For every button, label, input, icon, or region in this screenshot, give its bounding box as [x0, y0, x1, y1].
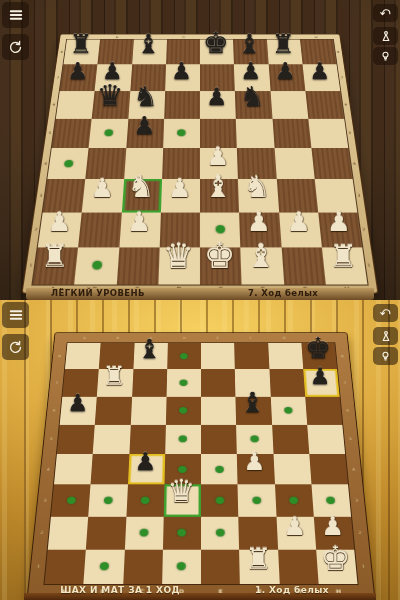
chess-piece-icon: [379, 29, 393, 44]
hint-bulb-icon: [379, 49, 392, 64]
file-label: G: [267, 333, 301, 343]
rank-label: 6: [340, 396, 357, 424]
square-f3[interactable]: [238, 179, 278, 212]
square-e1[interactable]: [200, 247, 242, 284]
square-c1[interactable]: [123, 549, 163, 584]
file-labels-top: ABCDEFGH: [67, 333, 334, 343]
square-f5[interactable]: [236, 118, 274, 147]
square-g3[interactable]: [276, 179, 318, 212]
square-e8[interactable]: [201, 343, 235, 369]
square-d3[interactable]: [163, 485, 201, 517]
undo-button[interactable]: [373, 304, 398, 322]
square-a1[interactable]: [44, 549, 86, 584]
menu-icon: [7, 306, 25, 324]
square-a5[interactable]: [52, 118, 92, 147]
board-front-edge: [24, 593, 376, 600]
menu-button[interactable]: [2, 2, 29, 28]
square-b6[interactable]: [92, 90, 130, 118]
square-b4[interactable]: [91, 454, 129, 485]
square-f2[interactable]: [239, 516, 278, 549]
square-g1[interactable]: [278, 549, 319, 584]
square-g1[interactable]: [281, 247, 325, 284]
board-front-edge: [26, 288, 374, 300]
pieces-style-button[interactable]: [373, 27, 398, 45]
square-f8[interactable]: [233, 39, 268, 64]
square-g8[interactable]: [267, 39, 303, 64]
square-c6[interactable]: [130, 396, 166, 424]
square-b2[interactable]: [78, 212, 121, 247]
square-b7[interactable]: [97, 369, 133, 396]
pieces-style-button[interactable]: [373, 327, 398, 345]
square-d1[interactable]: [162, 549, 201, 584]
file-label: A: [67, 333, 101, 343]
file-label: E: [200, 34, 233, 39]
restart-icon: [7, 339, 24, 356]
square-d3[interactable]: [161, 179, 200, 212]
square-e8[interactable]: [200, 39, 234, 64]
square-h3[interactable]: [314, 179, 357, 212]
square-d6[interactable]: [166, 396, 201, 424]
square-a7[interactable]: [62, 369, 99, 396]
square-g5[interactable]: [272, 425, 309, 454]
menu-icon: [7, 6, 25, 24]
square-h2[interactable]: [314, 516, 355, 549]
square-f4[interactable]: [237, 454, 274, 485]
square-e3[interactable]: [201, 485, 239, 517]
square-g6[interactable]: [270, 90, 308, 118]
square-f7[interactable]: [234, 64, 270, 90]
square-a6[interactable]: [60, 396, 97, 424]
square-g6[interactable]: [270, 396, 307, 424]
square-e6[interactable]: [201, 396, 236, 424]
square-g3[interactable]: [275, 485, 314, 517]
square-b8[interactable]: [99, 343, 134, 369]
file-label: F: [234, 333, 268, 343]
file-label: D: [168, 333, 201, 343]
square-g4[interactable]: [274, 148, 314, 179]
square-h7[interactable]: [302, 64, 340, 90]
file-label: F: [233, 34, 266, 39]
square-c6[interactable]: [128, 90, 165, 118]
file-label: H: [300, 333, 334, 343]
square-e6[interactable]: [200, 90, 236, 118]
square-d5[interactable]: [165, 425, 201, 454]
square-f8[interactable]: [234, 343, 269, 369]
square-f1[interactable]: [239, 549, 279, 584]
square-e3[interactable]: [200, 179, 239, 212]
restart-button[interactable]: [2, 334, 29, 360]
square-b3[interactable]: [88, 485, 127, 517]
square-e4[interactable]: [200, 148, 238, 179]
menu-button[interactable]: [2, 302, 29, 328]
square-b5[interactable]: [93, 425, 130, 454]
square-e7[interactable]: [200, 64, 235, 90]
square-g7[interactable]: [268, 64, 305, 90]
chess-piece-icon: [379, 329, 393, 344]
square-c7[interactable]: [132, 369, 167, 396]
square-b6[interactable]: [95, 396, 132, 424]
square-c3[interactable]: [121, 179, 161, 212]
square-d7[interactable]: [166, 369, 201, 396]
square-f3[interactable]: [238, 485, 276, 517]
bottom-puzzle-panel: ABCDEFGH ABCDEFGH 87654321 87654321 ♝♚♜♟…: [0, 300, 400, 600]
square-d1[interactable]: [158, 247, 200, 284]
square-b2[interactable]: [86, 516, 126, 549]
file-label: G: [266, 34, 300, 39]
square-d8[interactable]: [166, 39, 200, 64]
file-labels-top: ABCDEFGH: [67, 34, 333, 39]
square-g2[interactable]: [276, 516, 316, 549]
square-a8[interactable]: [65, 343, 101, 369]
square-a6[interactable]: [56, 90, 95, 118]
hint-button[interactable]: [373, 347, 398, 365]
square-c5[interactable]: [129, 425, 166, 454]
rank-label: 4: [345, 454, 362, 485]
square-g7[interactable]: [269, 369, 305, 396]
square-g8[interactable]: [268, 343, 303, 369]
undo-icon: [378, 306, 394, 320]
square-b4[interactable]: [86, 148, 126, 179]
square-d6[interactable]: [164, 90, 200, 118]
square-f4[interactable]: [237, 148, 276, 179]
square-h4[interactable]: [309, 454, 348, 485]
square-a2[interactable]: [48, 516, 89, 549]
square-f6[interactable]: [235, 90, 272, 118]
square-a3[interactable]: [43, 179, 86, 212]
square-a3[interactable]: [51, 485, 91, 517]
square-c8[interactable]: [133, 343, 168, 369]
square-h5[interactable]: [307, 425, 345, 454]
rank-label: 8: [335, 343, 351, 369]
square-d4[interactable]: [162, 148, 200, 179]
square-e5[interactable]: [201, 425, 237, 454]
restart-icon: [7, 39, 24, 56]
file-label: E: [201, 333, 234, 343]
square-c2[interactable]: [124, 516, 163, 549]
square-b1[interactable]: [84, 549, 125, 584]
square-c4[interactable]: [127, 454, 164, 485]
square-e5[interactable]: [200, 118, 237, 147]
square-c1[interactable]: [116, 247, 159, 284]
square-d4[interactable]: [164, 454, 201, 485]
square-h1[interactable]: [322, 247, 368, 284]
file-label: C: [133, 34, 166, 39]
hint-bulb-icon: [379, 349, 392, 364]
square-h3[interactable]: [311, 485, 351, 517]
square-c7[interactable]: [130, 64, 166, 90]
square-h2[interactable]: [318, 212, 362, 247]
square-a2[interactable]: [38, 212, 82, 247]
square-f7[interactable]: [235, 369, 270, 396]
chess-board-top: ABCDEFGH ABCDEFGH 87654321 87654321: [21, 33, 378, 293]
square-c3[interactable]: [126, 485, 164, 517]
undo-icon: [378, 6, 394, 20]
square-d5[interactable]: [163, 118, 200, 147]
chess-board-bottom: ABCDEFGH ABCDEFGH 87654321 87654321: [27, 332, 376, 599]
square-h7[interactable]: [303, 369, 340, 396]
restart-button[interactable]: [2, 34, 29, 60]
square-a5[interactable]: [57, 425, 95, 454]
square-b5[interactable]: [89, 118, 128, 147]
file-label: C: [134, 333, 168, 343]
square-h1[interactable]: [316, 549, 358, 584]
square-c8[interactable]: [132, 39, 167, 64]
square-a4[interactable]: [54, 454, 93, 485]
square-a4[interactable]: [47, 148, 88, 179]
undo-button[interactable]: [373, 4, 398, 22]
square-g5[interactable]: [272, 118, 311, 147]
rank-label: 5: [342, 425, 359, 454]
square-h6[interactable]: [305, 396, 342, 424]
square-f6[interactable]: [236, 396, 272, 424]
rank-label: 7: [337, 369, 353, 396]
square-d2[interactable]: [163, 516, 201, 549]
square-f2[interactable]: [239, 212, 281, 247]
square-d7[interactable]: [165, 64, 200, 90]
file-label: B: [100, 34, 134, 39]
square-d8[interactable]: [167, 343, 201, 369]
square-g4[interactable]: [273, 454, 311, 485]
square-e2[interactable]: [201, 516, 239, 549]
square-a1[interactable]: [33, 247, 79, 284]
square-b7[interactable]: [95, 64, 132, 90]
square-e4[interactable]: [201, 454, 238, 485]
square-b1[interactable]: [74, 247, 118, 284]
square-h5[interactable]: [308, 118, 348, 147]
square-a7[interactable]: [60, 64, 98, 90]
square-f1[interactable]: [241, 247, 284, 284]
square-h6[interactable]: [305, 90, 344, 118]
square-h8[interactable]: [301, 343, 337, 369]
square-e2[interactable]: [200, 212, 241, 247]
file-label: H: [299, 34, 333, 39]
file-label: A: [67, 34, 101, 39]
square-g2[interactable]: [279, 212, 322, 247]
square-f5[interactable]: [236, 425, 273, 454]
square-a8[interactable]: [63, 39, 100, 64]
top-game-panel: ABCDEFGH ABCDEFGH 87654321 87654321 ♜♝♚♝…: [0, 0, 400, 300]
square-h4[interactable]: [311, 148, 352, 179]
square-c5[interactable]: [126, 118, 164, 147]
file-label: D: [167, 34, 200, 39]
square-e1[interactable]: [201, 549, 240, 584]
square-b3[interactable]: [82, 179, 124, 212]
square-b8[interactable]: [98, 39, 134, 64]
square-c2[interactable]: [119, 212, 161, 247]
square-d2[interactable]: [159, 212, 200, 247]
file-label: B: [101, 333, 135, 343]
square-c4[interactable]: [124, 148, 163, 179]
board-squares: [44, 343, 357, 584]
square-h8[interactable]: [300, 39, 337, 64]
board-squares: [33, 39, 368, 284]
hint-button[interactable]: [373, 47, 398, 65]
square-e7[interactable]: [201, 369, 236, 396]
